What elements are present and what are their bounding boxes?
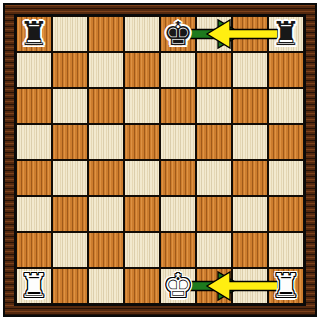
square-a5[interactable] xyxy=(16,124,52,160)
square-d3[interactable] xyxy=(124,196,160,232)
square-b1[interactable] xyxy=(52,268,88,304)
square-a2[interactable] xyxy=(16,232,52,268)
black-king-e8: ♚ xyxy=(163,16,193,52)
square-g5[interactable] xyxy=(232,124,268,160)
square-a1[interactable]: ♜ xyxy=(16,268,52,304)
square-h6[interactable] xyxy=(268,88,304,124)
square-d8[interactable] xyxy=(124,16,160,52)
square-b3[interactable] xyxy=(52,196,88,232)
square-e6[interactable] xyxy=(160,88,196,124)
white-rook-a1: ♜ xyxy=(19,268,49,304)
square-c5[interactable] xyxy=(88,124,124,160)
white-rook-h1: ♜ xyxy=(271,268,301,304)
square-e2[interactable] xyxy=(160,232,196,268)
square-a4[interactable] xyxy=(16,160,52,196)
square-f2[interactable] xyxy=(196,232,232,268)
square-e7[interactable] xyxy=(160,52,196,88)
square-g3[interactable] xyxy=(232,196,268,232)
square-g2[interactable] xyxy=(232,232,268,268)
square-d5[interactable] xyxy=(124,124,160,160)
square-d1[interactable] xyxy=(124,268,160,304)
square-b5[interactable] xyxy=(52,124,88,160)
square-e4[interactable] xyxy=(160,160,196,196)
square-c7[interactable] xyxy=(88,52,124,88)
square-h5[interactable] xyxy=(268,124,304,160)
square-g8[interactable] xyxy=(232,16,268,52)
square-e3[interactable] xyxy=(160,196,196,232)
square-a7[interactable] xyxy=(16,52,52,88)
square-g6[interactable] xyxy=(232,88,268,124)
square-b8[interactable] xyxy=(52,16,88,52)
square-g7[interactable] xyxy=(232,52,268,88)
square-h4[interactable] xyxy=(268,160,304,196)
square-f6[interactable] xyxy=(196,88,232,124)
square-h1[interactable]: ♜ xyxy=(268,268,304,304)
square-c6[interactable] xyxy=(88,88,124,124)
black-rook-a8: ♜ xyxy=(19,16,49,52)
square-d4[interactable] xyxy=(124,160,160,196)
square-d7[interactable] xyxy=(124,52,160,88)
square-e5[interactable] xyxy=(160,124,196,160)
square-f7[interactable] xyxy=(196,52,232,88)
square-c2[interactable] xyxy=(88,232,124,268)
square-e1[interactable]: ♚ xyxy=(160,268,196,304)
square-f8[interactable] xyxy=(196,16,232,52)
square-f5[interactable] xyxy=(196,124,232,160)
square-g1[interactable] xyxy=(232,268,268,304)
square-h3[interactable] xyxy=(268,196,304,232)
square-e8[interactable]: ♚ xyxy=(160,16,196,52)
square-d2[interactable] xyxy=(124,232,160,268)
square-a8[interactable]: ♜ xyxy=(16,16,52,52)
square-d6[interactable] xyxy=(124,88,160,124)
square-f1[interactable] xyxy=(196,268,232,304)
square-h7[interactable] xyxy=(268,52,304,88)
white-king-e1: ♚ xyxy=(163,268,193,304)
square-b6[interactable] xyxy=(52,88,88,124)
square-a3[interactable] xyxy=(16,196,52,232)
square-f3[interactable] xyxy=(196,196,232,232)
chessboard: ♜♚♜♜♚♜ xyxy=(3,3,317,317)
square-f4[interactable] xyxy=(196,160,232,196)
square-a6[interactable] xyxy=(16,88,52,124)
board-grid: ♜♚♜♜♚♜ xyxy=(16,16,304,304)
square-c4[interactable] xyxy=(88,160,124,196)
square-h8[interactable]: ♜ xyxy=(268,16,304,52)
square-h2[interactable] xyxy=(268,232,304,268)
square-c1[interactable] xyxy=(88,268,124,304)
square-b4[interactable] xyxy=(52,160,88,196)
board-inner-border: ♜♚♜♜♚♜ xyxy=(14,14,306,306)
square-b2[interactable] xyxy=(52,232,88,268)
square-g4[interactable] xyxy=(232,160,268,196)
square-c3[interactable] xyxy=(88,196,124,232)
square-c8[interactable] xyxy=(88,16,124,52)
square-b7[interactable] xyxy=(52,52,88,88)
black-rook-h8: ♜ xyxy=(271,16,301,52)
